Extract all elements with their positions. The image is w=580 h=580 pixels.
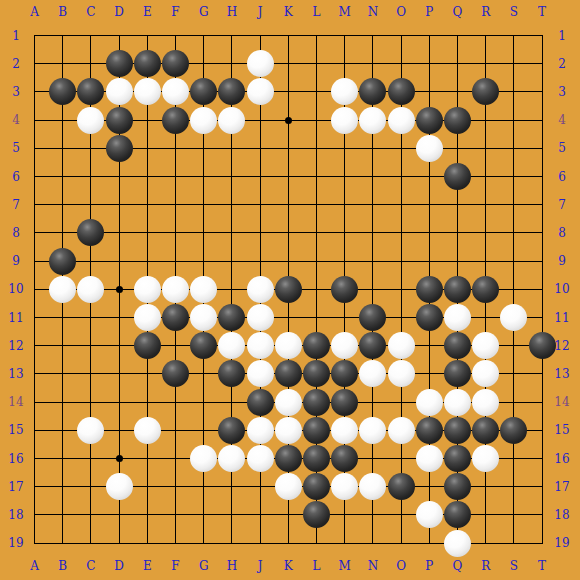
stone-black[interactable] [162,50,189,77]
stone-white[interactable] [331,78,358,105]
row-label-left: 1 [12,30,20,42]
stone-white[interactable] [472,332,499,359]
stone-white[interactable] [247,332,274,359]
stone-black[interactable] [331,445,358,472]
row-label-left: 13 [8,368,23,380]
stone-white[interactable] [134,304,161,331]
row-label-left: 12 [8,340,23,352]
row-label-left: 3 [12,86,20,98]
stone-black[interactable] [331,389,358,416]
stone-black[interactable] [134,332,161,359]
stone-white[interactable] [388,107,415,134]
stone-white[interactable] [247,78,274,105]
stone-white[interactable] [134,417,161,444]
column-label-top: A [30,6,39,18]
row-label-left: 4 [12,114,20,126]
column-label-bottom: N [368,560,379,572]
row-label-right: 17 [554,481,569,493]
row-label-right: 4 [558,114,566,126]
row-label-left: 18 [8,509,23,521]
row-label-left: 7 [12,199,20,211]
row-label-right: 8 [558,227,566,239]
stone-black[interactable] [303,473,330,500]
stone-white[interactable] [388,360,415,387]
stone-white[interactable] [106,473,133,500]
stone-white[interactable] [359,360,386,387]
row-label-left: 15 [8,424,23,436]
column-label-bottom: P [425,560,433,572]
stone-white[interactable] [275,473,302,500]
column-label-bottom: K [284,560,293,572]
row-label-right: 5 [558,142,566,154]
stone-white[interactable] [77,107,104,134]
row-label-right: 1 [558,30,566,42]
stone-black[interactable] [444,276,471,303]
stone-white[interactable] [247,50,274,77]
column-label-bottom: B [58,560,67,572]
row-label-left: 5 [12,142,20,154]
column-label-bottom: G [199,560,209,572]
stone-black[interactable] [190,332,217,359]
column-label-top: E [143,6,152,18]
row-label-right: 14 [554,396,569,408]
stone-black[interactable] [218,304,245,331]
stone-black[interactable] [472,276,499,303]
stone-black[interactable] [331,360,358,387]
column-label-top: F [171,6,179,18]
stone-white[interactable] [416,445,443,472]
row-label-right: 16 [554,453,569,465]
stone-black[interactable] [275,360,302,387]
column-label-bottom: T [538,560,546,572]
stone-white[interactable] [190,304,217,331]
stone-black[interactable] [303,332,330,359]
row-label-left: 11 [8,312,23,324]
column-label-bottom: D [114,560,124,572]
stone-black[interactable] [49,248,76,275]
stone-black[interactable] [247,389,274,416]
stone-white[interactable] [444,389,471,416]
stone-white[interactable] [331,332,358,359]
stone-black[interactable] [500,417,527,444]
stone-black[interactable] [218,417,245,444]
stone-white[interactable] [218,107,245,134]
stone-white[interactable] [77,417,104,444]
row-label-right: 2 [558,58,566,70]
stone-white[interactable] [275,417,302,444]
stone-white[interactable] [218,445,245,472]
row-label-right: 13 [554,368,569,380]
row-label-right: 11 [554,312,569,324]
stone-white[interactable] [275,332,302,359]
stone-white[interactable] [359,107,386,134]
column-label-bottom: S [510,560,518,572]
stone-white[interactable] [388,417,415,444]
stone-white[interactable] [247,445,274,472]
column-label-bottom: M [339,560,351,572]
column-label-top: O [396,6,406,18]
column-label-top: G [199,6,209,18]
stone-black[interactable] [529,332,556,359]
column-label-bottom: R [481,560,490,572]
stone-white[interactable] [247,360,274,387]
row-label-right: 10 [554,283,569,295]
column-label-top: H [227,6,237,18]
row-label-right: 6 [558,171,566,183]
stone-black[interactable] [303,501,330,528]
stone-white[interactable] [49,276,76,303]
stone-white[interactable] [359,473,386,500]
stone-black[interactable] [444,473,471,500]
column-label-top: S [510,6,518,18]
stone-white[interactable] [162,276,189,303]
stone-black[interactable] [416,276,443,303]
row-label-right: 15 [554,424,569,436]
column-label-bottom: L [313,560,321,572]
column-label-top: J [258,6,263,18]
stone-white[interactable] [388,332,415,359]
stone-black[interactable] [388,78,415,105]
column-label-bottom: O [396,560,406,572]
stone-white[interactable] [218,332,245,359]
stone-black[interactable] [416,304,443,331]
row-label-left: 10 [8,283,23,295]
stone-black[interactable] [106,107,133,134]
stone-white[interactable] [106,78,133,105]
stone-black[interactable] [275,276,302,303]
stone-white[interactable] [444,304,471,331]
column-label-bottom: H [227,560,237,572]
stone-black[interactable] [444,332,471,359]
stone-white[interactable] [77,276,104,303]
column-label-top: B [58,6,67,18]
stone-white[interactable] [331,107,358,134]
stone-white[interactable] [472,389,499,416]
stone-black[interactable] [472,78,499,105]
stone-black[interactable] [331,276,358,303]
stone-white[interactable] [331,473,358,500]
stone-black[interactable] [303,417,330,444]
stone-white[interactable] [359,417,386,444]
stone-white[interactable] [162,78,189,105]
row-label-right: 12 [554,340,569,352]
row-label-right: 9 [558,255,566,267]
stone-black[interactable] [162,107,189,134]
row-label-left: 2 [12,58,20,70]
column-label-bottom: J [258,560,263,572]
column-label-bottom: C [86,560,95,572]
stone-white[interactable] [134,276,161,303]
stone-black[interactable] [444,163,471,190]
row-label-left: 17 [8,481,23,493]
stone-black[interactable] [359,78,386,105]
stone-white[interactable] [472,360,499,387]
column-label-bottom: Q [453,560,463,572]
stone-black[interactable] [106,50,133,77]
column-label-top: M [339,6,351,18]
row-label-right: 19 [554,537,569,549]
stone-white[interactable] [190,107,217,134]
grid-line-vertical [513,35,514,544]
stone-black[interactable] [134,50,161,77]
stone-black[interactable] [303,389,330,416]
row-label-left: 8 [12,227,20,239]
stone-white[interactable] [247,417,274,444]
stone-white[interactable] [416,501,443,528]
stone-black[interactable] [303,445,330,472]
stone-white[interactable] [190,445,217,472]
stone-white[interactable] [190,276,217,303]
star-point [116,455,123,462]
stone-black[interactable] [49,78,76,105]
stone-black[interactable] [359,304,386,331]
stone-white[interactable] [275,389,302,416]
star-point [285,117,292,124]
stone-white[interactable] [416,135,443,162]
stone-black[interactable] [444,360,471,387]
row-label-right: 3 [558,86,566,98]
stone-white[interactable] [247,304,274,331]
stone-black[interactable] [303,360,330,387]
stone-white[interactable] [247,276,274,303]
row-label-left: 9 [12,255,20,267]
column-label-top: C [86,6,95,18]
stone-black[interactable] [218,360,245,387]
stone-white[interactable] [416,389,443,416]
stone-black[interactable] [444,445,471,472]
stone-black[interactable] [162,304,189,331]
row-label-right: 18 [554,509,569,521]
row-label-left: 19 [8,537,23,549]
stone-black[interactable] [416,107,443,134]
stone-white[interactable] [331,417,358,444]
row-label-left: 16 [8,453,23,465]
stone-black[interactable] [444,501,471,528]
stone-black[interactable] [77,219,104,246]
column-label-bottom: F [171,560,179,572]
stone-black[interactable] [106,135,133,162]
column-label-top: K [284,6,293,18]
column-label-top: N [368,6,379,18]
stone-black[interactable] [416,417,443,444]
stone-black[interactable] [444,107,471,134]
go-board[interactable]: AABBCCDDEEFFGGHHJJKKLLMMNNOOPPQQRRSSTT11… [0,0,580,580]
row-label-right: 7 [558,199,566,211]
column-label-top: D [114,6,124,18]
stone-white[interactable] [134,78,161,105]
stone-white[interactable] [472,445,499,472]
stone-black[interactable] [472,417,499,444]
stone-black[interactable] [77,78,104,105]
row-label-left: 6 [12,171,20,183]
grid-line-vertical [542,35,543,544]
star-point [116,286,123,293]
stone-black[interactable] [218,78,245,105]
column-label-bottom: E [143,560,152,572]
stone-black[interactable] [444,417,471,444]
column-label-top: R [481,6,490,18]
stone-black[interactable] [162,360,189,387]
column-label-top: T [538,6,546,18]
column-label-top: P [425,6,433,18]
column-label-top: L [313,6,321,18]
stone-black[interactable] [275,445,302,472]
stone-white[interactable] [500,304,527,331]
stone-black[interactable] [388,473,415,500]
column-label-top: Q [453,6,463,18]
stone-black[interactable] [359,332,386,359]
column-label-bottom: A [30,560,39,572]
row-label-left: 14 [8,396,23,408]
stone-black[interactable] [190,78,217,105]
stone-white[interactable] [444,530,471,557]
